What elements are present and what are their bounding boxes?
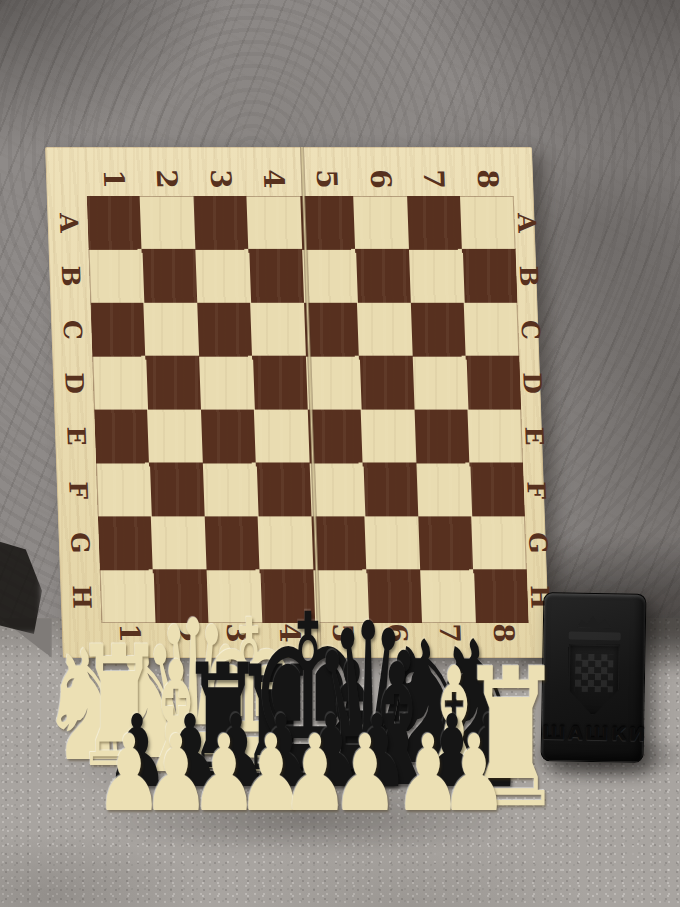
rank-label-right-A: A <box>514 213 540 232</box>
rank-label-left-D: D <box>61 372 87 394</box>
rank-label-right-B: B <box>516 266 542 287</box>
file-label-top-7: 7 <box>419 169 448 188</box>
white-pawn: ♟ <box>331 721 399 827</box>
file-label-top-4: 4 <box>259 169 288 188</box>
file-label-top-8: 8 <box>472 169 501 188</box>
rank-label-left-H: H <box>69 585 95 609</box>
white-pawn: ♟ <box>440 721 508 827</box>
rank-label-left-B: B <box>58 266 84 287</box>
file-label-top-3: 3 <box>205 169 234 188</box>
rank-label-right-E: E <box>521 427 547 446</box>
rank-label-right-F: F <box>523 481 549 499</box>
rank-label-left-E: E <box>63 427 89 446</box>
rank-label-left-A: A <box>56 213 82 232</box>
rank-label-right-D: D <box>519 372 545 394</box>
file-label-top-5: 5 <box>312 169 341 188</box>
rank-label-right-C: C <box>518 320 544 340</box>
rank-label-left-C: C <box>60 320 86 340</box>
file-label-top-1: 1 <box>98 169 127 188</box>
rank-label-left-F: F <box>65 481 91 499</box>
box-shield-emblem-icon <box>567 644 620 717</box>
rank-label-right-G: G <box>525 532 551 553</box>
file-label-top-2: 2 <box>152 169 181 188</box>
box-banner <box>568 632 620 641</box>
rank-label-left-G: G <box>67 532 93 553</box>
photo-scene: 1234567812345678ABCDEFGHABCDEFGH ШАШКИ ♞… <box>0 0 680 907</box>
box-crest-icon <box>577 616 611 629</box>
file-label-top-6: 6 <box>365 169 394 188</box>
